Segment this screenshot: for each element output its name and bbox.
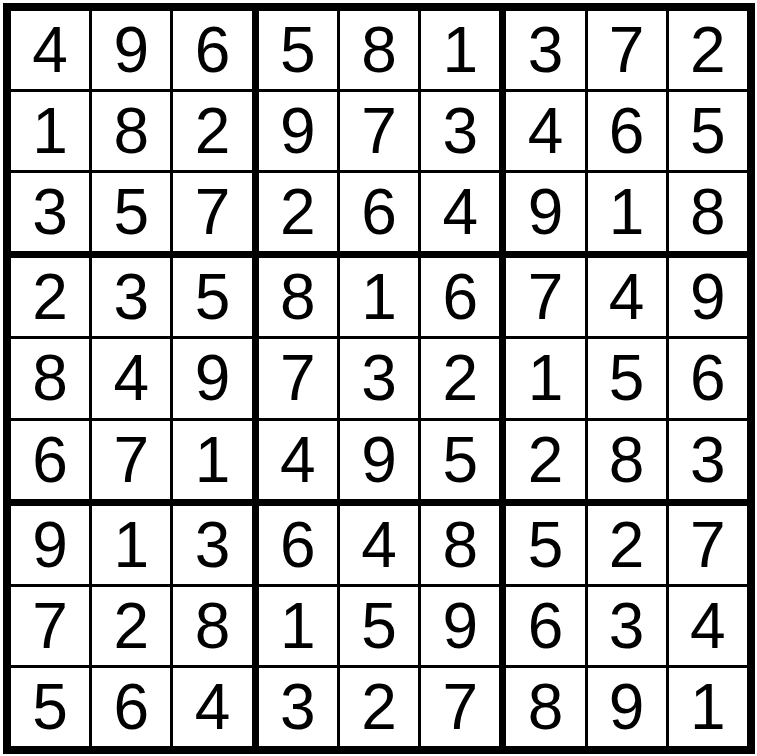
cell-r6c3[interactable]: 1 <box>173 421 251 499</box>
cell-r4c9[interactable]: 9 <box>669 258 747 336</box>
cell-r7c1[interactable]: 9 <box>11 506 89 584</box>
cell-r1c4[interactable]: 5 <box>259 11 337 89</box>
cell-r9c7[interactable]: 8 <box>506 668 584 746</box>
sudoku-block-4: 235849671 <box>11 258 252 498</box>
cell-r6c4[interactable]: 4 <box>259 421 337 499</box>
cell-r8c2[interactable]: 2 <box>92 587 170 665</box>
cell-r1c9[interactable]: 2 <box>669 11 747 89</box>
cell-r2c5[interactable]: 7 <box>340 92 418 170</box>
cell-r6c7[interactable]: 2 <box>506 421 584 499</box>
sudoku-block-9: 527634891 <box>506 506 747 746</box>
cell-r7c5[interactable]: 4 <box>340 506 418 584</box>
cell-r6c5[interactable]: 9 <box>340 421 418 499</box>
cell-r2c1[interactable]: 1 <box>11 92 89 170</box>
cell-r1c7[interactable]: 3 <box>506 11 584 89</box>
cell-r4c6[interactable]: 6 <box>421 258 499 336</box>
sudoku-block-6: 749156283 <box>506 258 747 498</box>
cell-r2c6[interactable]: 3 <box>421 92 499 170</box>
cell-r2c4[interactable]: 9 <box>259 92 337 170</box>
cell-r5c9[interactable]: 6 <box>669 339 747 417</box>
cell-r5c8[interactable]: 5 <box>588 339 666 417</box>
cell-r8c3[interactable]: 8 <box>173 587 251 665</box>
cell-r9c2[interactable]: 6 <box>92 668 170 746</box>
sudoku-block-7: 913728564 <box>11 506 252 746</box>
cell-r3c9[interactable]: 8 <box>669 173 747 251</box>
cell-r5c5[interactable]: 3 <box>340 339 418 417</box>
cell-r3c5[interactable]: 6 <box>340 173 418 251</box>
cell-r1c3[interactable]: 6 <box>173 11 251 89</box>
cell-r8c8[interactable]: 3 <box>588 587 666 665</box>
cell-r2c2[interactable]: 8 <box>92 92 170 170</box>
cell-r3c8[interactable]: 1 <box>588 173 666 251</box>
cell-r5c3[interactable]: 9 <box>173 339 251 417</box>
cell-r5c4[interactable]: 7 <box>259 339 337 417</box>
cell-r5c2[interactable]: 4 <box>92 339 170 417</box>
cell-r2c9[interactable]: 5 <box>669 92 747 170</box>
cell-r8c5[interactable]: 5 <box>340 587 418 665</box>
cell-r2c3[interactable]: 2 <box>173 92 251 170</box>
cell-r6c6[interactable]: 5 <box>421 421 499 499</box>
cell-r4c2[interactable]: 3 <box>92 258 170 336</box>
sudoku-block-1: 496182357 <box>11 11 252 251</box>
cell-r4c4[interactable]: 8 <box>259 258 337 336</box>
sudoku-block-8: 648159327 <box>259 506 500 746</box>
cell-r1c2[interactable]: 9 <box>92 11 170 89</box>
cell-r6c2[interactable]: 7 <box>92 421 170 499</box>
cell-r7c6[interactable]: 8 <box>421 506 499 584</box>
sudoku-page: 4961823575819732643724659182358496718167… <box>0 0 757 756</box>
cell-r9c6[interactable]: 7 <box>421 668 499 746</box>
cell-r7c7[interactable]: 5 <box>506 506 584 584</box>
cell-r7c4[interactable]: 6 <box>259 506 337 584</box>
cell-r9c3[interactable]: 4 <box>173 668 251 746</box>
sudoku-block-3: 372465918 <box>506 11 747 251</box>
cell-r2c8[interactable]: 6 <box>588 92 666 170</box>
cell-r1c6[interactable]: 1 <box>421 11 499 89</box>
cell-r8c6[interactable]: 9 <box>421 587 499 665</box>
cell-r2c7[interactable]: 4 <box>506 92 584 170</box>
cell-r1c5[interactable]: 8 <box>340 11 418 89</box>
cell-r9c9[interactable]: 1 <box>669 668 747 746</box>
cell-r8c4[interactable]: 1 <box>259 587 337 665</box>
cell-r4c8[interactable]: 4 <box>588 258 666 336</box>
cell-r7c3[interactable]: 3 <box>173 506 251 584</box>
cell-r1c8[interactable]: 7 <box>588 11 666 89</box>
sudoku-board: 4961823575819732643724659182358496718167… <box>3 3 755 754</box>
cell-r4c7[interactable]: 7 <box>506 258 584 336</box>
cell-r9c8[interactable]: 9 <box>588 668 666 746</box>
cell-r9c4[interactable]: 3 <box>259 668 337 746</box>
cell-r4c1[interactable]: 2 <box>11 258 89 336</box>
cell-r3c7[interactable]: 9 <box>506 173 584 251</box>
cell-r4c5[interactable]: 1 <box>340 258 418 336</box>
cell-r9c1[interactable]: 5 <box>11 668 89 746</box>
cell-r3c6[interactable]: 4 <box>421 173 499 251</box>
cell-r6c1[interactable]: 6 <box>11 421 89 499</box>
cell-r1c1[interactable]: 4 <box>11 11 89 89</box>
sudoku-block-5: 816732495 <box>259 258 500 498</box>
cell-r3c1[interactable]: 3 <box>11 173 89 251</box>
cell-r9c5[interactable]: 2 <box>340 668 418 746</box>
cell-r3c2[interactable]: 5 <box>92 173 170 251</box>
cell-r8c7[interactable]: 6 <box>506 587 584 665</box>
cell-r3c3[interactable]: 7 <box>173 173 251 251</box>
cell-r7c2[interactable]: 1 <box>92 506 170 584</box>
cell-r7c9[interactable]: 7 <box>669 506 747 584</box>
cell-r5c7[interactable]: 1 <box>506 339 584 417</box>
cell-r7c8[interactable]: 2 <box>588 506 666 584</box>
cell-r8c1[interactable]: 7 <box>11 587 89 665</box>
sudoku-block-2: 581973264 <box>259 11 500 251</box>
cell-r8c9[interactable]: 4 <box>669 587 747 665</box>
cell-r6c8[interactable]: 8 <box>588 421 666 499</box>
cell-r5c1[interactable]: 8 <box>11 339 89 417</box>
cell-r3c4[interactable]: 2 <box>259 173 337 251</box>
cell-r5c6[interactable]: 2 <box>421 339 499 417</box>
cell-r4c3[interactable]: 5 <box>173 258 251 336</box>
cell-r6c9[interactable]: 3 <box>669 421 747 499</box>
